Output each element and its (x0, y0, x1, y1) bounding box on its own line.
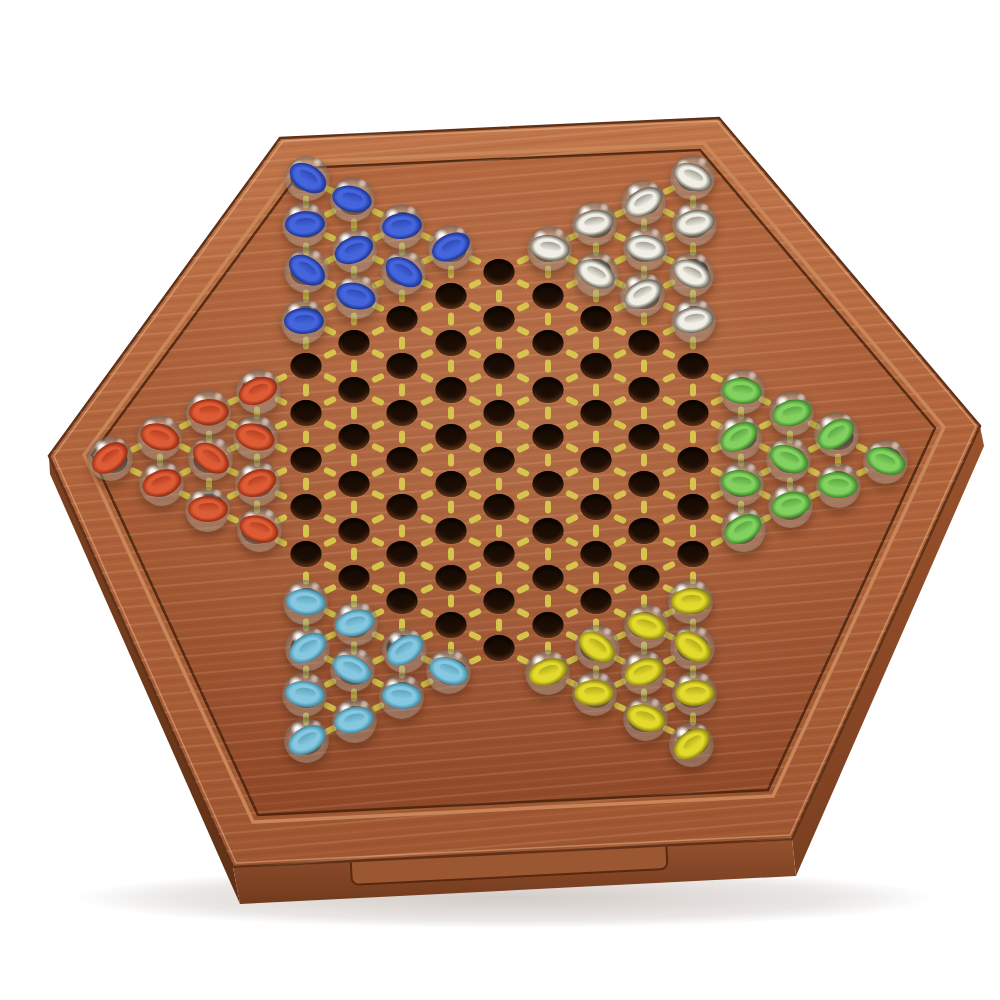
board-hole[interactable] (387, 541, 418, 567)
connector-dash (613, 513, 627, 524)
board-hole[interactable] (435, 377, 466, 403)
marble-red[interactable] (185, 487, 230, 532)
connector-dash (419, 490, 433, 501)
connector-dash (323, 513, 337, 524)
marble-white[interactable] (621, 180, 666, 225)
connector-dash (661, 349, 675, 360)
connector-dash (448, 548, 454, 561)
connector-dash (323, 466, 337, 477)
connector-dash (516, 349, 530, 360)
connector-dash (496, 289, 502, 302)
marble-cyan[interactable] (285, 626, 330, 671)
connector-dash (565, 560, 579, 571)
marble-green[interactable] (814, 412, 859, 457)
marble-yellow[interactable] (623, 696, 668, 741)
connector-dash (419, 513, 433, 524)
marble-red[interactable] (139, 461, 184, 506)
marble-cyan[interactable] (330, 647, 375, 692)
connector-dash (448, 360, 454, 373)
connector-dash (419, 372, 433, 383)
connector-dash (468, 419, 482, 430)
connector-dash (496, 336, 502, 349)
board-hole[interactable] (581, 447, 612, 473)
board-hole[interactable] (581, 588, 612, 614)
connector-dash (468, 396, 482, 407)
connector-dash (496, 571, 502, 584)
board-hole[interactable] (484, 588, 515, 614)
board-hole[interactable] (290, 541, 321, 567)
hole-grid (0, 0, 1000, 1000)
marble-white[interactable] (623, 226, 668, 271)
marble-yellow[interactable] (672, 671, 717, 716)
connector-dash (613, 560, 627, 571)
connector-dash (371, 537, 385, 548)
connector-dash (371, 490, 385, 501)
connector-dash (468, 490, 482, 501)
connector-dash (516, 443, 530, 454)
marble-blue[interactable] (332, 228, 377, 273)
connector-dash (641, 454, 647, 467)
board-hole[interactable] (484, 635, 515, 661)
board-hole[interactable] (339, 471, 370, 497)
connector-dash (516, 537, 530, 548)
board-hole[interactable] (532, 518, 563, 544)
connector-dash (351, 454, 357, 467)
marble-green[interactable] (863, 439, 908, 484)
connector-dash (468, 372, 482, 383)
connector-dash (516, 372, 530, 383)
marble-cyan[interactable] (426, 649, 471, 694)
connector-dash (419, 466, 433, 477)
connector-dash (496, 524, 502, 537)
marble-cyan[interactable] (333, 601, 378, 646)
board-hole[interactable] (339, 424, 370, 450)
marble-blue[interactable] (381, 250, 426, 295)
marble-cyan[interactable] (332, 698, 377, 743)
connector-dash (565, 584, 579, 595)
board-hole[interactable] (629, 471, 660, 497)
marble-yellow[interactable] (670, 625, 715, 670)
connector-dash (565, 443, 579, 454)
board-hole[interactable] (484, 259, 515, 285)
board-hole[interactable] (484, 306, 515, 332)
connector-dash (399, 571, 405, 584)
connector-dash (371, 584, 385, 595)
board-hole[interactable] (435, 330, 466, 356)
connector-dash (371, 560, 385, 571)
connector-dash (613, 419, 627, 430)
marble-blue[interactable] (284, 248, 329, 293)
board-hole[interactable] (290, 447, 321, 473)
connector-dash (323, 560, 337, 571)
connector-dash (593, 524, 599, 537)
connector-dash (661, 537, 675, 548)
connector-dash (323, 443, 337, 454)
connector-dash (468, 584, 482, 595)
connector-dash (496, 430, 502, 443)
connector-dash (565, 607, 579, 618)
connector-dash (516, 631, 530, 642)
connector-dash (690, 477, 696, 490)
connector-dash (468, 607, 482, 618)
board-hole[interactable] (387, 306, 418, 332)
connector-dash (351, 407, 357, 420)
connector-dash (661, 372, 675, 383)
connector-dash (419, 584, 433, 595)
connector-dash (303, 477, 309, 490)
connector-dash (613, 396, 627, 407)
marble-red[interactable] (186, 390, 231, 435)
connector-dash (371, 372, 385, 383)
connector-dash (545, 313, 551, 326)
marble-yellow[interactable] (575, 625, 620, 670)
board-hole[interactable] (435, 283, 466, 309)
marble-white[interactable] (574, 252, 619, 297)
board-hole[interactable] (581, 400, 612, 426)
board-hole[interactable] (677, 447, 708, 473)
marble-cyan[interactable] (282, 672, 327, 717)
board-hole[interactable] (532, 377, 563, 403)
board-hole[interactable] (581, 494, 612, 520)
connector-dash (516, 278, 530, 289)
connector-dash (565, 325, 579, 336)
marble-green[interactable] (720, 369, 765, 414)
marble-cyan[interactable] (382, 628, 427, 673)
connector-dash (399, 524, 405, 537)
connector-dash (496, 383, 502, 396)
board-hole[interactable] (339, 377, 370, 403)
connector-dash (419, 302, 433, 313)
board-hole[interactable] (629, 330, 660, 356)
connector-dash (419, 607, 433, 618)
board-hole[interactable] (532, 612, 563, 638)
connector-dash (565, 513, 579, 524)
connector-dash (565, 490, 579, 501)
connector-dash (661, 466, 675, 477)
board-hole[interactable] (581, 353, 612, 379)
marble-blue[interactable] (285, 156, 330, 201)
connector-dash (468, 654, 482, 665)
connector-dash (371, 419, 385, 430)
connector-dash (323, 490, 337, 501)
connector-dash (468, 325, 482, 336)
connector-dash (593, 430, 599, 443)
connector-dash (613, 372, 627, 383)
connector-dash (613, 443, 627, 454)
connector-dash (593, 571, 599, 584)
connector-dash (448, 501, 454, 514)
board-hole[interactable] (677, 494, 708, 520)
connector-dash (565, 396, 579, 407)
connector-dash (351, 360, 357, 373)
connector-dash (516, 302, 530, 313)
connector-dash (613, 325, 627, 336)
board-hole[interactable] (581, 306, 612, 332)
connector-dash (468, 443, 482, 454)
marble-cyan[interactable] (283, 580, 328, 625)
marble-blue[interactable] (281, 299, 326, 344)
connector-dash (323, 372, 337, 383)
board-hole[interactable] (677, 400, 708, 426)
connector-dash (593, 477, 599, 490)
connector-dash (545, 407, 551, 420)
connector-dash (419, 396, 433, 407)
connector-dash (516, 584, 530, 595)
connector-dash (419, 537, 433, 548)
marble-yellow[interactable] (668, 579, 713, 624)
marble-white[interactable] (671, 298, 716, 343)
marble-yellow[interactable] (621, 650, 666, 695)
connector-dash (448, 313, 454, 326)
product-photo-stage (0, 0, 1000, 1000)
connector-dash (690, 524, 696, 537)
board-hole[interactable] (532, 565, 563, 591)
connector-dash (303, 430, 309, 443)
marble-white[interactable] (672, 201, 717, 246)
board-hole[interactable] (290, 353, 321, 379)
board-hole[interactable] (484, 353, 515, 379)
connector-dash (593, 336, 599, 349)
connector-dash (419, 349, 433, 360)
connector-dash (468, 349, 482, 360)
marble-white[interactable] (670, 155, 715, 200)
board-hole[interactable] (532, 471, 563, 497)
marble-red[interactable] (237, 507, 282, 552)
board-hole[interactable] (387, 400, 418, 426)
connector-dash (516, 560, 530, 571)
connector-dash (323, 419, 337, 430)
connector-dash (371, 396, 385, 407)
board-hole[interactable] (484, 494, 515, 520)
board-hole[interactable] (435, 565, 466, 591)
board-hole[interactable] (532, 283, 563, 309)
board-hole[interactable] (339, 565, 370, 591)
board-hole[interactable] (290, 400, 321, 426)
marble-red[interactable] (137, 415, 182, 460)
connector-dash (516, 396, 530, 407)
connector-dash (516, 466, 530, 477)
marble-yellow[interactable] (669, 722, 714, 767)
connector-dash (399, 430, 405, 443)
connector-dash (641, 407, 647, 420)
connector-dash (613, 349, 627, 360)
board-hole[interactable] (339, 330, 370, 356)
connector-dash (496, 618, 502, 631)
marble-white[interactable] (620, 272, 665, 317)
connector-dash (399, 383, 405, 396)
board-hole[interactable] (629, 518, 660, 544)
board-hole[interactable] (387, 447, 418, 473)
marble-red[interactable] (88, 436, 133, 481)
connector-dash (613, 466, 627, 477)
connector-dash (641, 548, 647, 561)
marble-white[interactable] (527, 226, 572, 271)
marble-green[interactable] (717, 415, 762, 460)
connector-dash (371, 325, 385, 336)
connector-dash (468, 537, 482, 548)
connector-dash (351, 501, 357, 514)
connector-dash (448, 454, 454, 467)
connector-dash (545, 595, 551, 608)
board-hole[interactable] (484, 447, 515, 473)
board-hole[interactable] (435, 518, 466, 544)
connector-dash (323, 396, 337, 407)
board-hole[interactable] (387, 588, 418, 614)
marble-cyan[interactable] (379, 674, 424, 719)
board-hole[interactable] (629, 377, 660, 403)
connector-dash (516, 513, 530, 524)
marble-green[interactable] (766, 437, 811, 482)
marble-white[interactable] (669, 252, 714, 297)
connector-dash (303, 383, 309, 396)
marble-red[interactable] (233, 415, 278, 460)
connector-dash (371, 466, 385, 477)
marble-green[interactable] (769, 391, 814, 436)
marble-red[interactable] (188, 436, 233, 481)
connector-dash (641, 360, 647, 373)
connector-dash (419, 325, 433, 336)
connector-dash (690, 383, 696, 396)
connector-dash (565, 419, 579, 430)
connector-dash (516, 607, 530, 618)
connector-dash (545, 548, 551, 561)
connector-dash (468, 302, 482, 313)
board-hole[interactable] (484, 541, 515, 567)
connector-dash (565, 349, 579, 360)
marble-green[interactable] (719, 461, 764, 506)
connector-dash (399, 477, 405, 490)
board-hole[interactable] (532, 330, 563, 356)
marble-green[interactable] (816, 463, 861, 508)
connector-dash (545, 360, 551, 373)
board-hole[interactable] (581, 541, 612, 567)
board-hole[interactable] (629, 424, 660, 450)
board-hole[interactable] (629, 565, 660, 591)
marble-cyan[interactable] (284, 718, 329, 763)
marble-red[interactable] (235, 461, 280, 506)
connector-dash (661, 419, 675, 430)
board-hole[interactable] (339, 518, 370, 544)
board-hole[interactable] (387, 494, 418, 520)
connector-dash (448, 595, 454, 608)
connector-dash (565, 466, 579, 477)
connector-dash (593, 383, 599, 396)
marble-blue[interactable] (330, 177, 375, 222)
connector-dash (565, 302, 579, 313)
connector-dash (545, 501, 551, 514)
connector-dash (371, 349, 385, 360)
connector-dash (613, 537, 627, 548)
connector-dash (468, 560, 482, 571)
connector-dash (371, 443, 385, 454)
connector-dash (371, 513, 385, 524)
board-hole[interactable] (435, 424, 466, 450)
marble-yellow[interactable] (525, 650, 570, 695)
board-hole[interactable] (290, 494, 321, 520)
connector-dash (613, 584, 627, 595)
marble-yellow[interactable] (572, 671, 617, 716)
connector-dash (641, 501, 647, 514)
connector-dash (303, 524, 309, 537)
marble-white[interactable] (572, 201, 617, 246)
connector-dash (516, 325, 530, 336)
connector-dash (661, 396, 675, 407)
connector-dash (565, 537, 579, 548)
connector-dash (661, 443, 675, 454)
connector-dash (468, 631, 482, 642)
board-hole[interactable] (532, 424, 563, 450)
board-hole[interactable] (677, 353, 708, 379)
connector-dash (419, 560, 433, 571)
board-hole[interactable] (484, 400, 515, 426)
marble-blue[interactable] (428, 225, 473, 270)
connector-dash (448, 407, 454, 420)
board-hole[interactable] (677, 541, 708, 567)
connector-dash (661, 560, 675, 571)
connector-dash (661, 490, 675, 501)
marble-yellow[interactable] (624, 604, 669, 649)
marble-green[interactable] (721, 507, 766, 552)
connector-dash (351, 548, 357, 561)
connector-dash (323, 349, 337, 360)
connector-dash (613, 490, 627, 501)
connector-dash (323, 537, 337, 548)
connector-dash (468, 466, 482, 477)
connector-dash (690, 430, 696, 443)
connector-dash (496, 477, 502, 490)
connector-dash (419, 419, 433, 430)
connector-dash (516, 490, 530, 501)
board-hole[interactable] (387, 353, 418, 379)
marble-blue[interactable] (334, 274, 379, 319)
marble-blue[interactable] (282, 202, 327, 247)
connector-dash (468, 513, 482, 524)
board-hole[interactable] (435, 612, 466, 638)
marble-red[interactable] (236, 369, 281, 414)
marble-green[interactable] (768, 483, 813, 528)
connector-dash (399, 336, 405, 349)
board-hole[interactable] (435, 471, 466, 497)
connector-dash (545, 454, 551, 467)
connector-dash (516, 419, 530, 430)
connector-dash (661, 513, 675, 524)
connector-dash (565, 372, 579, 383)
marble-blue[interactable] (379, 204, 424, 249)
connector-dash (419, 443, 433, 454)
connector-dash (468, 278, 482, 289)
